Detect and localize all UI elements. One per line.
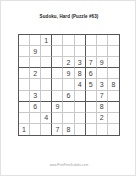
given-digit-r9c5: 8 [63,124,74,135]
cell-r9c8 [97,124,108,135]
cell-r2c9 [108,46,119,57]
given-digit-r4c6: 8 [75,68,86,79]
given-digit-r6c8: 7 [97,91,108,102]
cell-r6c9 [108,91,119,102]
cell-r7c5 [63,102,74,113]
cell-r6c1 [19,91,30,102]
cell-r8c2 [30,113,41,124]
cell-r9c7 [86,124,97,135]
cell-r2c4 [52,46,63,57]
footer-url: www.PrintFreeSudoku.com [1,163,136,167]
cell-r7c3 [41,102,52,113]
given-digit-r5c7: 5 [86,79,97,90]
cell-r3c2 [30,57,41,68]
given-digit-r3c6: 3 [75,57,86,68]
given-digit-r6c2: 3 [30,91,41,102]
cell-r8c5 [63,113,74,124]
cell-r4c9 [108,68,119,79]
cell-r6c3 [41,91,52,102]
given-digit-r4c2: 2 [30,68,41,79]
given-digit-r9c1: 1 [19,124,30,135]
given-digit-r3c8: 9 [97,57,108,68]
given-digit-r2c2: 9 [30,46,41,57]
cell-r6c7 [86,91,97,102]
given-digit-r5c8: 3 [97,79,108,90]
cell-r1c5 [63,35,74,46]
given-digit-r4c7: 6 [86,68,97,79]
cell-r2c1 [19,46,30,57]
given-digit-r4c5: 9 [63,68,74,79]
cell-r5c3 [41,79,52,90]
given-digit-r1c3: 1 [41,35,52,46]
page-title: Sudoku, Hard (Puzzle #63) [1,14,136,19]
cell-r5c4 [52,79,63,90]
cell-r1c7 [86,35,97,46]
cell-r4c3 [41,68,52,79]
given-digit-r7c2: 6 [30,102,41,113]
sudoku-grid: 1923792986453836769842178 [18,34,120,136]
cell-r1c8 [97,35,108,46]
cell-r2c5 [63,46,74,57]
cell-r4c1 [19,68,30,79]
cell-r2c7 [86,46,97,57]
given-digit-r7c4: 9 [52,102,63,113]
cell-r2c6 [75,46,86,57]
cell-r6c4 [52,91,63,102]
cell-r8c7 [86,113,97,124]
given-digit-r7c8: 8 [97,102,108,113]
given-digit-r3c7: 7 [86,57,97,68]
given-digit-r8c8: 2 [97,113,108,124]
cell-r1c2 [30,35,41,46]
sudoku-page: Sudoku, Hard (Puzzle #63) 19237929864538… [0,0,136,176]
cell-r8c6 [75,113,86,124]
cell-r5c1 [19,79,30,90]
cell-r9c6 [75,124,86,135]
given-digit-r5c6: 4 [75,79,86,90]
cell-r6c6 [75,91,86,102]
cell-r2c8 [97,46,108,57]
cell-r4c8 [97,68,108,79]
given-digit-r9c9 [108,124,119,135]
cell-r3c3 [41,57,52,68]
cell-r4c4 [52,68,63,79]
cell-r9c3 [41,124,52,135]
cell-r1c4 [52,35,63,46]
cell-r5c2 [30,79,41,90]
cell-r1c1 [19,35,30,46]
cell-r7c1 [19,102,30,113]
given-digit-r8c3: 4 [41,113,52,124]
cell-r3c1 [19,57,30,68]
given-digit-r5c9: 8 [108,79,119,90]
cell-r8c1 [19,113,30,124]
cell-r7c9 [108,102,119,113]
cell-r1c9 [108,35,119,46]
cell-r8c4 [52,113,63,124]
given-digit-r6c5: 6 [63,91,74,102]
given-digit-r3c5: 2 [63,57,74,68]
cell-r7c7 [86,102,97,113]
cell-r8c9 [108,113,119,124]
cell-r1c6 [75,35,86,46]
given-digit-r9c4: 7 [52,124,63,135]
cell-r5c5 [63,79,74,90]
cell-r3c4 [52,57,63,68]
cell-r2c3 [41,46,52,57]
cell-r9c2 [30,124,41,135]
cell-r7c6 [75,102,86,113]
cell-r3c9 [108,57,119,68]
